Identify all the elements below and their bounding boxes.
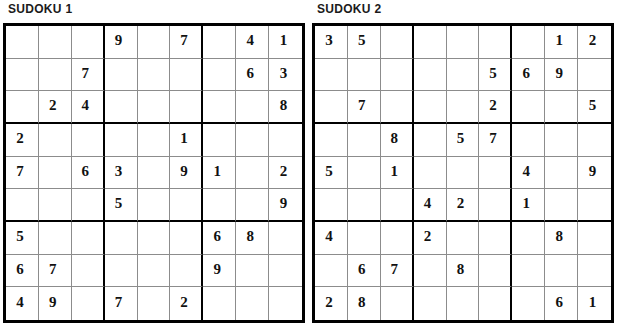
sudoku1-cell-r9c9[interactable] [269,287,302,320]
sudoku1-cell-r8c9[interactable] [269,255,302,288]
sudoku2-cell-r4c8[interactable] [545,124,578,157]
sudoku2-cell-r9c2[interactable]: 8 [348,287,381,320]
sudoku1-cell-r4c5[interactable] [138,124,171,157]
sudoku2-cell-r5c5[interactable] [447,157,480,190]
sudoku1-cell-r7c5[interactable] [138,222,171,255]
sudoku2-cell-r2c3[interactable] [381,59,414,92]
sudoku2-cell-r4c5[interactable]: 5 [447,124,480,157]
sudoku2-cell-r9c1[interactable]: 2 [315,287,348,320]
sudoku1-cell-r6c6[interactable] [170,189,203,222]
sudoku2-cell-r3c3[interactable] [381,91,414,124]
sudoku1-cell-r7c4[interactable] [105,222,138,255]
sudoku1-cell-r5c7[interactable]: 1 [203,157,236,190]
sudoku2-cell-r8c7[interactable] [512,255,545,288]
sudoku1-cell-r8c7[interactable]: 9 [203,255,236,288]
sudoku1-cell-r6c3[interactable] [72,189,105,222]
sudoku2-cell-r7c4[interactable]: 2 [414,222,447,255]
sudoku1-cell-r2c8[interactable]: 6 [236,59,269,92]
sudoku1-cell-r9c2[interactable]: 9 [39,287,72,320]
sudoku2-cell-r4c4[interactable] [414,124,447,157]
sudoku2-cell-r8c4[interactable] [414,255,447,288]
sudoku1-cell-r3c2[interactable]: 2 [39,91,72,124]
sudoku2-cell-r5c6[interactable] [479,157,512,190]
sudoku1-cell-r2c3[interactable]: 7 [72,59,105,92]
sudoku1-cell-r1c7[interactable] [203,26,236,59]
sudoku2-cell-r7c9[interactable] [578,222,611,255]
sudoku1-cell-r2c5[interactable] [138,59,171,92]
sudoku2-cell-r6c1[interactable] [315,189,348,222]
sudoku2-cell-r2c7[interactable]: 6 [512,59,545,92]
sudoku2-cell-r9c7[interactable] [512,287,545,320]
sudoku1-cell-r7c3[interactable] [72,222,105,255]
sudoku1-cell-r9c5[interactable] [138,287,171,320]
sudoku1-cell-r3c8[interactable] [236,91,269,124]
sudoku1-cell-r1c4[interactable]: 9 [105,26,138,59]
sudoku1-cell-r5c6[interactable]: 9 [170,157,203,190]
sudoku1-cell-r1c2[interactable] [39,26,72,59]
sudoku1-cell-r9c1[interactable]: 4 [6,287,39,320]
sudoku2-cell-r8c5[interactable]: 8 [447,255,480,288]
sudoku2-cell-r2c2[interactable] [348,59,381,92]
sudoku2-cell-r5c3[interactable]: 1 [381,157,414,190]
sudoku1-cell-r2c1[interactable] [6,59,39,92]
sudoku2-cell-r8c3[interactable]: 7 [381,255,414,288]
sudoku2-cell-r2c4[interactable] [414,59,447,92]
sudoku2-cell-r1c7[interactable] [512,26,545,59]
sudoku1-cell-r6c1[interactable] [6,189,39,222]
sudoku-1-title: SUDOKU 1 [8,2,72,16]
sudoku1-cell-r6c4[interactable]: 5 [105,189,138,222]
sudoku2-cell-r6c8[interactable] [545,189,578,222]
sudoku2-cell-r4c1[interactable] [315,124,348,157]
sudoku1-cell-r5c4[interactable]: 3 [105,157,138,190]
sudoku2-cell-r4c6[interactable]: 7 [479,124,512,157]
sudoku1-cell-r4c6[interactable]: 1 [170,124,203,157]
sudoku1-cell-r8c5[interactable] [138,255,171,288]
sudoku2-cell-r5c2[interactable] [348,157,381,190]
sudoku2-cell-r2c5[interactable] [447,59,480,92]
sudoku1-cell-r1c8[interactable]: 4 [236,26,269,59]
sudoku1-cell-r6c2[interactable] [39,189,72,222]
sudoku1-cell-r6c8[interactable] [236,189,269,222]
sudoku2-cell-r1c9[interactable]: 2 [578,26,611,59]
sudoku2-cell-r1c5[interactable] [447,26,480,59]
sudoku1-cell-r8c6[interactable] [170,255,203,288]
sudoku2-cell-r2c1[interactable] [315,59,348,92]
sudoku1-cell-r2c9[interactable]: 3 [269,59,302,92]
sudoku1-cell-r6c5[interactable] [138,189,171,222]
sudoku2-cell-r6c6[interactable] [479,189,512,222]
sudoku2-cell-r6c9[interactable] [578,189,611,222]
sudoku1-cell-r2c2[interactable] [39,59,72,92]
sudoku2-cell-r5c8[interactable] [545,157,578,190]
sudoku2-cell-r4c2[interactable] [348,124,381,157]
sudoku1-cell-r3c4[interactable] [105,91,138,124]
sudoku2-cell-r3c1[interactable] [315,91,348,124]
sudoku2-cell-r8c9[interactable] [578,255,611,288]
sudoku1-cell-r9c8[interactable] [236,287,269,320]
sudoku2-cell-r6c3[interactable] [381,189,414,222]
sudoku1-cell-r2c6[interactable] [170,59,203,92]
sudoku1-cell-r7c1[interactable]: 5 [6,222,39,255]
sudoku2-cell-r5c9[interactable]: 9 [578,157,611,190]
sudoku1-cell-r7c2[interactable] [39,222,72,255]
sudoku2-cell-r3c5[interactable] [447,91,480,124]
sudoku1-cell-r3c6[interactable] [170,91,203,124]
sudoku1-cell-r5c1[interactable]: 7 [6,157,39,190]
sudoku-2-title: SUDOKU 2 [317,2,381,16]
sudoku2-cell-r3c7[interactable] [512,91,545,124]
sudoku1-cell-r4c9[interactable] [269,124,302,157]
sudoku1-cell-r9c3[interactable] [72,287,105,320]
sudoku2-cell-r1c3[interactable] [381,26,414,59]
sudoku1-cell-r3c9[interactable]: 8 [269,91,302,124]
sudoku2-cell-r6c7[interactable]: 1 [512,189,545,222]
sudoku2-cell-r1c8[interactable]: 1 [545,26,578,59]
sudoku2-cell-r9c3[interactable] [381,287,414,320]
sudoku2-cell-r2c8[interactable]: 9 [545,59,578,92]
sudoku1-cell-r8c8[interactable] [236,255,269,288]
sudoku1-cell-r9c6[interactable]: 2 [170,287,203,320]
sudoku2-cell-r1c1[interactable]: 3 [315,26,348,59]
sudoku2-cell-r5c4[interactable] [414,157,447,190]
sudoku1-cell-r9c7[interactable] [203,287,236,320]
sudoku1-cell-r8c3[interactable] [72,255,105,288]
sudoku2-cell-r2c6[interactable]: 5 [479,59,512,92]
sudoku2-cell-r9c5[interactable] [447,287,480,320]
sudoku2-cell-r8c1[interactable] [315,255,348,288]
sudoku-2-board: 351256972585751494214286782861 [312,23,614,323]
sudoku1-cell-r5c5[interactable] [138,157,171,190]
sudoku1-cell-r4c7[interactable] [203,124,236,157]
sudoku1-cell-r6c7[interactable] [203,189,236,222]
sudoku-sheet: SUDOKU 1 974176324821763912595686794972 … [0,0,620,328]
sudoku2-cell-r3c9[interactable]: 5 [578,91,611,124]
sudoku1-cell-r8c4[interactable] [105,255,138,288]
sudoku1-cell-r1c9[interactable]: 1 [269,26,302,59]
sudoku1-cell-r5c9[interactable]: 2 [269,157,302,190]
sudoku2-cell-r1c2[interactable]: 5 [348,26,381,59]
sudoku1-cell-r5c8[interactable] [236,157,269,190]
sudoku1-cell-r4c2[interactable] [39,124,72,157]
sudoku2-cell-r4c7[interactable] [512,124,545,157]
sudoku1-cell-r3c5[interactable] [138,91,171,124]
sudoku2-cell-r1c4[interactable] [414,26,447,59]
sudoku1-cell-r3c7[interactable] [203,91,236,124]
sudoku2-cell-r3c6[interactable]: 2 [479,91,512,124]
sudoku2-cell-r7c5[interactable] [447,222,480,255]
sudoku1-cell-r1c1[interactable] [6,26,39,59]
sudoku1-cell-r1c5[interactable] [138,26,171,59]
sudoku2-cell-r7c8[interactable]: 8 [545,222,578,255]
sudoku1-cell-r6c9[interactable]: 9 [269,189,302,222]
sudoku2-cell-r7c7[interactable] [512,222,545,255]
sudoku2-cell-r7c3[interactable] [381,222,414,255]
sudoku2-cell-r3c8[interactable] [545,91,578,124]
sudoku2-cell-r3c2[interactable]: 7 [348,91,381,124]
sudoku2-cell-r6c4[interactable]: 4 [414,189,447,222]
sudoku2-cell-r7c6[interactable] [479,222,512,255]
sudoku1-cell-r4c1[interactable]: 2 [6,124,39,157]
sudoku1-cell-r1c6[interactable]: 7 [170,26,203,59]
sudoku2-cell-r9c4[interactable] [414,287,447,320]
sudoku1-cell-r7c9[interactable] [269,222,302,255]
sudoku1-cell-r2c7[interactable] [203,59,236,92]
sudoku1-cell-r4c4[interactable] [105,124,138,157]
sudoku2-cell-r1c6[interactable] [479,26,512,59]
sudoku2-cell-r4c9[interactable] [578,124,611,157]
sudoku-1-board: 974176324821763912595686794972 [3,23,305,323]
sudoku1-cell-r4c3[interactable] [72,124,105,157]
sudoku1-cell-r5c3[interactable]: 6 [72,157,105,190]
sudoku1-cell-r7c7[interactable]: 6 [203,222,236,255]
sudoku2-cell-r5c7[interactable]: 4 [512,157,545,190]
sudoku2-cell-r6c5[interactable]: 2 [447,189,480,222]
sudoku1-cell-r4c8[interactable] [236,124,269,157]
sudoku-2-panel: SUDOKU 2 351256972585751494214286782861 [312,0,614,328]
sudoku1-cell-r8c2[interactable]: 7 [39,255,72,288]
sudoku1-cell-r3c3[interactable]: 4 [72,91,105,124]
sudoku2-cell-r7c2[interactable] [348,222,381,255]
sudoku1-cell-r3c1[interactable] [6,91,39,124]
sudoku1-cell-r7c8[interactable]: 8 [236,222,269,255]
sudoku2-cell-r9c9[interactable]: 1 [578,287,611,320]
sudoku2-cell-r7c1[interactable]: 4 [315,222,348,255]
sudoku2-cell-r8c8[interactable] [545,255,578,288]
sudoku1-cell-r1c3[interactable] [72,26,105,59]
sudoku1-cell-r5c2[interactable] [39,157,72,190]
sudoku1-cell-r7c6[interactable] [170,222,203,255]
sudoku2-cell-r8c2[interactable]: 6 [348,255,381,288]
sudoku2-cell-r6c2[interactable] [348,189,381,222]
sudoku2-cell-r3c4[interactable] [414,91,447,124]
sudoku-1-panel: SUDOKU 1 974176324821763912595686794972 [3,0,305,328]
sudoku2-cell-r9c6[interactable] [479,287,512,320]
sudoku1-cell-r9c4[interactable]: 7 [105,287,138,320]
sudoku2-cell-r4c3[interactable]: 8 [381,124,414,157]
sudoku1-cell-r2c4[interactable] [105,59,138,92]
sudoku2-cell-r2c9[interactable] [578,59,611,92]
sudoku1-cell-r8c1[interactable]: 6 [6,255,39,288]
sudoku2-cell-r8c6[interactable] [479,255,512,288]
sudoku2-cell-r9c8[interactable]: 6 [545,287,578,320]
sudoku2-cell-r5c1[interactable]: 5 [315,157,348,190]
